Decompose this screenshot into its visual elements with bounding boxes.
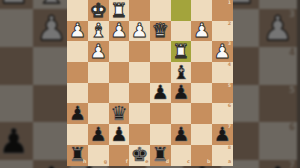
white-rook[interactable]: ♜ bbox=[110, 1, 127, 21]
video-frame: ♚♜1♟♝♟♟♛♟2♟♜♟3♝4♟♟5♟♛6♟♟♟♟7♜hgf♚e♜dcb8a … bbox=[0, 0, 300, 168]
square-g1[interactable]: ♚ bbox=[88, 0, 109, 21]
file-label-b: b bbox=[207, 160, 210, 165]
square-c4[interactable]: ♝ bbox=[171, 62, 192, 83]
square-e6[interactable] bbox=[129, 103, 150, 124]
bg-square-g5 bbox=[33, 85, 71, 123]
square-f6[interactable]: ♛ bbox=[109, 103, 130, 124]
square-c7[interactable]: ♟ bbox=[171, 124, 192, 145]
square-b4[interactable] bbox=[191, 62, 212, 83]
bg-white-bishop: ♝ bbox=[36, 0, 66, 8]
square-c2[interactable] bbox=[171, 21, 192, 42]
bg-square-h4 bbox=[0, 47, 33, 85]
square-d7[interactable] bbox=[150, 124, 171, 145]
file-label-f: f bbox=[126, 160, 128, 165]
bg-square-g6 bbox=[33, 122, 71, 160]
square-a5[interactable]: 5 bbox=[212, 83, 233, 104]
bg-square-h3 bbox=[0, 9, 33, 47]
black-pawn[interactable]: ♟ bbox=[172, 83, 189, 103]
square-g5[interactable] bbox=[88, 83, 109, 104]
square-d3[interactable] bbox=[150, 41, 171, 62]
black-pawn[interactable]: ♟ bbox=[69, 104, 86, 124]
square-g7[interactable]: ♟ bbox=[88, 124, 109, 145]
square-a6[interactable]: 6 bbox=[212, 103, 233, 124]
rank-label-5: 5 bbox=[228, 84, 231, 89]
bg-white-pawn: ♟ bbox=[0, 0, 29, 8]
white-king[interactable]: ♚ bbox=[89, 1, 106, 21]
file-label-e: e bbox=[145, 160, 148, 165]
bg-square-g4 bbox=[33, 47, 71, 85]
square-f2[interactable]: ♟ bbox=[109, 21, 130, 42]
rank-label-4: 4 bbox=[228, 63, 231, 68]
bg-square-a5: 5 bbox=[259, 85, 297, 123]
square-a8[interactable]: 8a bbox=[212, 145, 233, 166]
square-d4[interactable] bbox=[150, 62, 171, 83]
file-label-h: h bbox=[83, 160, 86, 165]
rank-label-7: 7 bbox=[228, 125, 231, 130]
square-e8[interactable]: ♚e bbox=[129, 145, 150, 166]
square-h5[interactable] bbox=[67, 83, 88, 104]
square-d5[interactable]: ♟ bbox=[150, 83, 171, 104]
square-g4[interactable] bbox=[88, 62, 109, 83]
black-pawn[interactable]: ♟ bbox=[89, 125, 106, 145]
file-label-a: a bbox=[228, 160, 231, 165]
square-g8[interactable]: g bbox=[88, 145, 109, 166]
bg-rank-label-4: 4 bbox=[289, 48, 295, 57]
bg-rank-label-5: 5 bbox=[289, 86, 295, 95]
bg-square-h6: ♟ bbox=[0, 122, 33, 160]
bg-square-h5 bbox=[0, 85, 33, 123]
white-rook[interactable]: ♜ bbox=[172, 42, 189, 62]
square-f3[interactable] bbox=[109, 41, 130, 62]
square-b8[interactable]: b bbox=[191, 145, 212, 166]
square-a7[interactable]: ♟7 bbox=[212, 124, 233, 145]
white-pawn[interactable]: ♟ bbox=[89, 42, 106, 62]
file-label-c: c bbox=[187, 160, 190, 165]
square-g6[interactable] bbox=[88, 103, 109, 124]
square-h8[interactable]: ♜h bbox=[67, 145, 88, 166]
square-a4[interactable]: 4 bbox=[212, 62, 233, 83]
square-g2[interactable]: ♝ bbox=[88, 21, 109, 42]
rank-label-6: 6 bbox=[228, 104, 231, 109]
rank-label-2: 2 bbox=[228, 22, 231, 27]
square-d1[interactable] bbox=[150, 0, 171, 21]
bg-rank-label-7: 7 bbox=[289, 161, 295, 168]
bg-square-a6: 6 bbox=[259, 122, 297, 160]
white-pawn[interactable]: ♟ bbox=[193, 21, 210, 41]
square-d6[interactable] bbox=[150, 103, 171, 124]
square-b1[interactable] bbox=[191, 0, 212, 21]
square-e4[interactable] bbox=[129, 62, 150, 83]
bg-square-g3: ♟ bbox=[33, 9, 71, 47]
bg-square-a3: ♟3 bbox=[259, 9, 297, 47]
square-e2[interactable]: ♟ bbox=[129, 21, 150, 42]
square-b3[interactable] bbox=[191, 41, 212, 62]
square-h3[interactable] bbox=[67, 41, 88, 62]
bg-square-h2: ♟ bbox=[0, 0, 33, 9]
bg-rank-label-3: 3 bbox=[289, 10, 295, 19]
square-c3[interactable]: ♜ bbox=[171, 41, 192, 62]
bg-black-pawn: ♟ bbox=[0, 124, 29, 158]
rank-label-8: 8 bbox=[228, 146, 231, 151]
square-c5[interactable]: ♟ bbox=[171, 83, 192, 104]
square-h2[interactable]: ♟ bbox=[67, 21, 88, 42]
file-label-g: g bbox=[104, 160, 107, 165]
bg-rank-label-6: 6 bbox=[289, 123, 295, 132]
square-f8[interactable]: f bbox=[109, 145, 130, 166]
white-queen[interactable]: ♛ bbox=[152, 21, 169, 41]
square-h6[interactable]: ♟ bbox=[67, 103, 88, 124]
square-h4[interactable] bbox=[67, 62, 88, 83]
rank-label-1: 1 bbox=[228, 1, 231, 6]
square-b6[interactable] bbox=[191, 103, 212, 124]
rank-label-3: 3 bbox=[228, 42, 231, 47]
square-d2[interactable]: ♛ bbox=[150, 21, 171, 42]
square-e1[interactable] bbox=[129, 0, 150, 21]
square-f7[interactable]: ♟ bbox=[109, 124, 130, 145]
square-b5[interactable] bbox=[191, 83, 212, 104]
square-f5[interactable] bbox=[109, 83, 130, 104]
square-d8[interactable]: ♜d bbox=[150, 145, 171, 166]
square-f4[interactable] bbox=[109, 62, 130, 83]
square-h7[interactable] bbox=[67, 124, 88, 145]
square-a1[interactable]: 1 bbox=[212, 0, 233, 21]
white-pawn[interactable]: ♟ bbox=[110, 21, 127, 41]
white-bishop[interactable]: ♝ bbox=[89, 21, 106, 41]
black-bishop[interactable]: ♝ bbox=[172, 63, 189, 83]
square-e5[interactable] bbox=[129, 83, 150, 104]
black-pawn[interactable]: ♟ bbox=[110, 125, 127, 145]
square-a2[interactable]: 2 bbox=[212, 21, 233, 42]
bg-square-g7: ♟ bbox=[33, 160, 71, 168]
black-pawn[interactable]: ♟ bbox=[172, 125, 189, 145]
file-label-d: d bbox=[166, 160, 169, 165]
black-pawn[interactable]: ♟ bbox=[152, 83, 169, 103]
square-f1[interactable]: ♜ bbox=[109, 0, 130, 21]
bg-square-h7 bbox=[0, 160, 33, 168]
bg-square-a7: ♟7 bbox=[259, 160, 297, 168]
bg-white-pawn: ♟ bbox=[36, 11, 66, 45]
square-e3[interactable] bbox=[129, 41, 150, 62]
square-h1[interactable] bbox=[67, 0, 88, 21]
square-b2[interactable]: ♟ bbox=[191, 21, 212, 42]
square-g3[interactable]: ♟ bbox=[88, 41, 109, 62]
square-c6[interactable] bbox=[171, 103, 192, 124]
bg-black-pawn: ♟ bbox=[36, 162, 66, 168]
square-e7[interactable] bbox=[129, 124, 150, 145]
chess-board[interactable]: ♚♜1♟♝♟♟♛♟2♟♜♟3♝4♟♟5♟♛6♟♟♟♟7♜hgf♚e♜dcb8a bbox=[67, 0, 233, 166]
black-queen[interactable]: ♛ bbox=[110, 104, 127, 124]
square-b7[interactable] bbox=[191, 124, 212, 145]
square-c1[interactable] bbox=[171, 0, 192, 21]
white-pawn[interactable]: ♟ bbox=[69, 21, 86, 41]
square-a3[interactable]: ♟3 bbox=[212, 41, 233, 62]
white-pawn[interactable]: ♟ bbox=[131, 21, 148, 41]
bg-square-a4: 4 bbox=[259, 47, 297, 85]
square-c8[interactable]: c bbox=[171, 145, 192, 166]
